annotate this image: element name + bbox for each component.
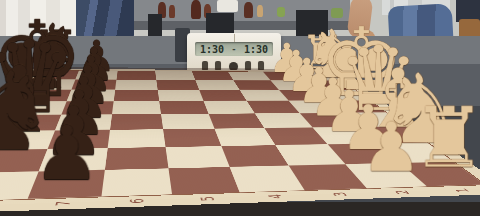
square-f6[interactable]: [114, 90, 160, 101]
square-d6[interactable]: [110, 114, 163, 130]
square-d4[interactable]: [209, 113, 265, 128]
square-c5[interactable]: [163, 129, 221, 147]
square-g6[interactable]: [115, 80, 158, 90]
background-box: [217, 0, 238, 12]
clock-case-seam: [234, 34, 235, 42]
background-chess-piece: [244, 2, 253, 18]
piece-white-rook-a1[interactable]: ♜: [412, 97, 480, 180]
clock-time-left: 1:30: [200, 44, 224, 55]
chess-board[interactable]: ♜♟♟♜♞♟♟♞♝♟♟♝♚♟♟♚♛♟♟♛♝♟♟♝♞♟♟♞♜♟♟♜ 8765432…: [0, 69, 480, 215]
square-h4[interactable]: [192, 71, 234, 80]
square-d5[interactable]: [161, 114, 215, 129]
background-chess-piece: [191, 0, 201, 19]
square-f3[interactable]: [240, 90, 289, 101]
green-chair-accent: [277, 7, 285, 17]
square-a8[interactable]: ♜: [0, 171, 39, 201]
square-b6[interactable]: [105, 147, 169, 170]
square-h5[interactable]: [155, 71, 195, 80]
square-e6[interactable]: [112, 101, 161, 114]
square-f5[interactable]: [158, 90, 204, 101]
clock-separator: -: [232, 45, 237, 54]
piece-black-rook-a8[interactable]: ♜: [0, 97, 36, 193]
piece-white-pawn-a2[interactable]: ♟: [361, 114, 422, 182]
board-squares: ♜♟♟♜♞♟♟♞♝♟♟♝♚♟♟♚♛♟♟♛♝♟♟♝♞♟♟♞♜♟♟♜: [0, 70, 480, 201]
background-chess-piece: [257, 5, 263, 17]
piece-black-pawn-a7[interactable]: ♟: [33, 116, 100, 191]
clock-display: 1:30 - 1:30: [195, 42, 273, 56]
wooden-stool-seat: [459, 19, 480, 37]
square-e5[interactable]: [159, 101, 208, 114]
square-a7[interactable]: ♟: [28, 170, 105, 199]
square-c6[interactable]: [108, 129, 166, 148]
square-b5[interactable]: [166, 146, 230, 168]
tournament-photo: 1:30 - 1:30 ♜♟♟♜♞♟♟♞♝♟♟♝♚♟♟♚♛♟♟♛♝♟♟♝♞♟♟♞…: [0, 0, 480, 216]
square-g4[interactable]: [195, 80, 239, 90]
square-f4[interactable]: [199, 90, 247, 101]
square-g5[interactable]: [156, 80, 199, 90]
rank-label-6: 6: [125, 186, 149, 216]
background-chess-piece: [169, 5, 175, 18]
clock-time-right: 1:30: [244, 44, 268, 55]
square-h6[interactable]: [116, 71, 156, 80]
background-chair: [148, 14, 162, 36]
